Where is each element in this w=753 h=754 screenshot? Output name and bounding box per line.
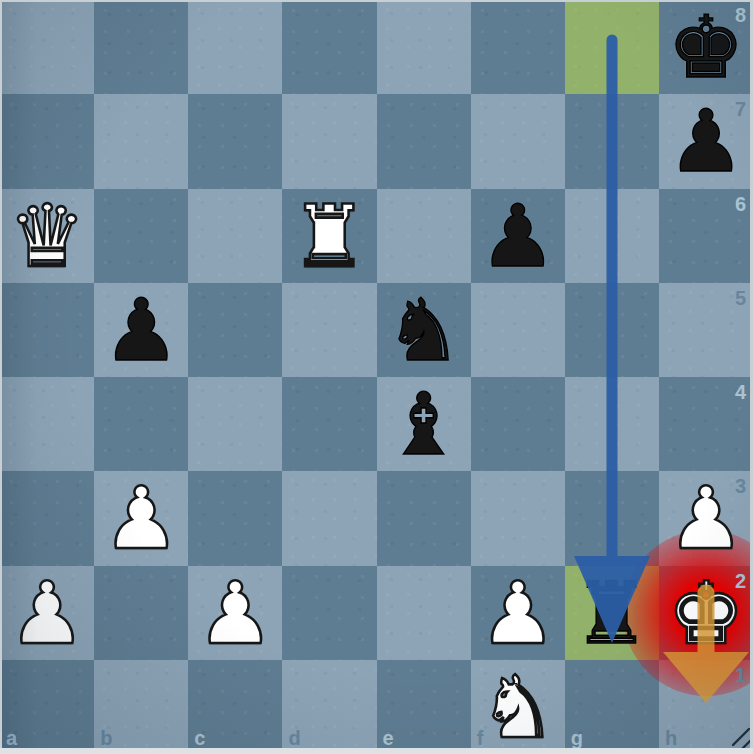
square-d5[interactable] — [282, 283, 376, 377]
square-b6[interactable] — [94, 189, 188, 283]
coord-rank-7: 7 — [735, 99, 746, 119]
square-g8[interactable] — [565, 0, 659, 94]
square-b5[interactable]: ♟ — [94, 283, 188, 377]
square-g2[interactable]: ♜ — [565, 566, 659, 660]
square-f6[interactable]: ♟ — [471, 189, 565, 283]
piece-black-rook[interactable]: ♜ — [565, 566, 659, 660]
square-b4[interactable] — [94, 377, 188, 471]
square-e3[interactable] — [377, 471, 471, 565]
coord-rank-4: 4 — [735, 382, 746, 402]
square-g3[interactable] — [565, 471, 659, 565]
square-a5[interactable] — [0, 283, 94, 377]
piece-white-pawn[interactable]: ♟ — [188, 566, 282, 660]
square-e4[interactable]: ♝ — [377, 377, 471, 471]
square-e7[interactable] — [377, 94, 471, 188]
square-d7[interactable] — [282, 94, 376, 188]
square-f2[interactable]: ♟ — [471, 566, 565, 660]
square-d2[interactable] — [282, 566, 376, 660]
piece-white-pawn[interactable]: ♟ — [94, 471, 188, 565]
piece-white-pawn[interactable]: ♟ — [0, 566, 94, 660]
square-f8[interactable] — [471, 0, 565, 94]
coord-rank-5: 5 — [735, 288, 746, 308]
square-g7[interactable] — [565, 94, 659, 188]
square-g6[interactable] — [565, 189, 659, 283]
chess-board: ♚8♟7♛♜♟6♟♞5♝4♟♟3♟♟♟♜♚2abcde♞fgh1 — [0, 0, 753, 754]
square-h3[interactable]: ♟3 — [659, 471, 753, 565]
piece-white-rook[interactable]: ♜ — [282, 189, 376, 283]
square-a6[interactable]: ♛ — [0, 189, 94, 283]
square-e2[interactable] — [377, 566, 471, 660]
coord-rank-1: 1 — [735, 665, 746, 685]
coord-file-g: g — [571, 728, 583, 748]
coord-rank-2: 2 — [735, 571, 746, 591]
square-d3[interactable] — [282, 471, 376, 565]
square-c6[interactable] — [188, 189, 282, 283]
piece-white-pawn[interactable]: ♟ — [471, 566, 565, 660]
square-c3[interactable] — [188, 471, 282, 565]
square-a1[interactable]: a — [0, 660, 94, 754]
square-c7[interactable] — [188, 94, 282, 188]
square-h2[interactable]: ♚2 — [659, 566, 753, 660]
square-h7[interactable]: ♟7 — [659, 94, 753, 188]
square-f1[interactable]: ♞f — [471, 660, 565, 754]
coord-file-d: d — [288, 728, 300, 748]
square-h1[interactable]: h1 — [659, 660, 753, 754]
square-c1[interactable]: c — [188, 660, 282, 754]
square-c5[interactable] — [188, 283, 282, 377]
square-f5[interactable] — [471, 283, 565, 377]
square-b2[interactable] — [94, 566, 188, 660]
square-h8[interactable]: ♚8 — [659, 0, 753, 94]
last-move-highlight — [565, 0, 659, 94]
square-b8[interactable] — [94, 0, 188, 94]
square-f4[interactable] — [471, 377, 565, 471]
square-b3[interactable]: ♟ — [94, 471, 188, 565]
square-g1[interactable]: g — [565, 660, 659, 754]
coord-file-f: f — [477, 728, 484, 748]
square-c8[interactable] — [188, 0, 282, 94]
square-g4[interactable] — [565, 377, 659, 471]
square-a4[interactable] — [0, 377, 94, 471]
coord-file-b: b — [100, 728, 112, 748]
square-d6[interactable]: ♜ — [282, 189, 376, 283]
square-d1[interactable]: d — [282, 660, 376, 754]
square-a8[interactable] — [0, 0, 94, 94]
square-h6[interactable]: 6 — [659, 189, 753, 283]
square-c2[interactable]: ♟ — [188, 566, 282, 660]
square-a3[interactable] — [0, 471, 94, 565]
square-e8[interactable] — [377, 0, 471, 94]
coord-rank-6: 6 — [735, 194, 746, 214]
square-e1[interactable]: e — [377, 660, 471, 754]
chess-board-screenshot: ♚8♟7♛♜♟6♟♞5♝4♟♟3♟♟♟♜♚2abcde♞fgh1 — [0, 0, 753, 754]
square-h5[interactable]: 5 — [659, 283, 753, 377]
square-e6[interactable] — [377, 189, 471, 283]
coord-file-c: c — [194, 728, 205, 748]
square-h4[interactable]: 4 — [659, 377, 753, 471]
coord-rank-8: 8 — [735, 5, 746, 25]
piece-white-knight[interactable]: ♞ — [471, 660, 565, 754]
piece-black-pawn[interactable]: ♟ — [94, 283, 188, 377]
coord-file-a: a — [6, 728, 17, 748]
square-b7[interactable] — [94, 94, 188, 188]
coord-rank-3: 3 — [735, 476, 746, 496]
coord-file-e: e — [383, 728, 394, 748]
piece-black-pawn[interactable]: ♟ — [471, 189, 565, 283]
piece-black-bishop[interactable]: ♝ — [377, 377, 471, 471]
square-b1[interactable]: b — [94, 660, 188, 754]
square-a2[interactable]: ♟ — [0, 566, 94, 660]
square-a7[interactable] — [0, 94, 94, 188]
square-g5[interactable] — [565, 283, 659, 377]
piece-white-queen[interactable]: ♛ — [0, 189, 94, 283]
square-d8[interactable] — [282, 0, 376, 94]
square-d4[interactable] — [282, 377, 376, 471]
piece-black-knight[interactable]: ♞ — [377, 283, 471, 377]
square-c4[interactable] — [188, 377, 282, 471]
square-e5[interactable]: ♞ — [377, 283, 471, 377]
square-f7[interactable] — [471, 94, 565, 188]
square-f3[interactable] — [471, 471, 565, 565]
coord-file-h: h — [665, 728, 677, 748]
